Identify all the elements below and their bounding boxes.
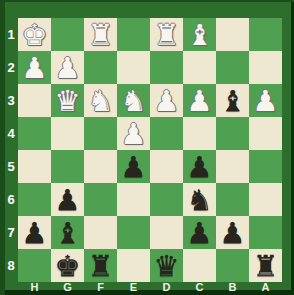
black-pawn-icon: ♟ — [117, 150, 150, 183]
square-c2[interactable] — [183, 51, 216, 84]
square-b4[interactable] — [216, 117, 249, 150]
white-queen-icon: ♛ — [51, 84, 84, 117]
black-pawn-icon: ♟ — [51, 183, 84, 216]
square-b8[interactable] — [216, 249, 249, 282]
black-rook-icon: ♜ — [84, 249, 117, 282]
square-h8[interactable] — [18, 249, 51, 282]
rank-label-5: 5 — [0, 150, 18, 183]
rank-label-2: 2 — [0, 51, 18, 84]
file-label-g: G — [51, 281, 84, 295]
square-a2[interactable] — [249, 51, 282, 84]
square-d1[interactable]: ♜ — [150, 18, 183, 51]
square-d3[interactable]: ♟ — [150, 84, 183, 117]
square-h3[interactable] — [18, 84, 51, 117]
square-b5[interactable] — [216, 150, 249, 183]
square-h1[interactable]: ♚ — [18, 18, 51, 51]
file-label-a: A — [249, 281, 282, 295]
square-e2[interactable] — [117, 51, 150, 84]
square-g4[interactable] — [51, 117, 84, 150]
rank-label-7: 7 — [0, 216, 18, 249]
square-a1[interactable] — [249, 18, 282, 51]
chess-board: ♚♜♜♝♟♟♛♞♞♟♟♝♟♟♟♟♟♞♟♝♟♟♚♜♛♜ — [18, 18, 282, 282]
file-labels: HGFEDCBA — [18, 281, 282, 295]
black-king-icon: ♚ — [51, 249, 84, 282]
square-c6[interactable]: ♞ — [183, 183, 216, 216]
square-g3[interactable]: ♛ — [51, 84, 84, 117]
black-rook-icon: ♜ — [249, 249, 282, 282]
rank-label-4: 4 — [0, 117, 18, 150]
file-label-h: H — [18, 281, 51, 295]
square-e4[interactable]: ♟ — [117, 117, 150, 150]
square-f5[interactable] — [84, 150, 117, 183]
white-knight-icon: ♞ — [117, 84, 150, 117]
rank-labels: 12345678 — [0, 18, 18, 282]
board-frame: 12345678 ♚♜♜♝♟♟♛♞♞♟♟♝♟♟♟♟♟♞♟♝♟♟♚♜♛♜ HGFE… — [0, 0, 294, 295]
white-rook-icon: ♜ — [150, 18, 183, 51]
square-d5[interactable] — [150, 150, 183, 183]
square-f2[interactable] — [84, 51, 117, 84]
square-g2[interactable]: ♟ — [51, 51, 84, 84]
square-g7[interactable]: ♝ — [51, 216, 84, 249]
square-b1[interactable] — [216, 18, 249, 51]
square-c3[interactable]: ♟ — [183, 84, 216, 117]
white-knight-icon: ♞ — [84, 84, 117, 117]
rank-label-1: 1 — [0, 18, 18, 51]
square-g6[interactable]: ♟ — [51, 183, 84, 216]
rank-label-6: 6 — [0, 183, 18, 216]
square-c1[interactable]: ♝ — [183, 18, 216, 51]
square-b6[interactable] — [216, 183, 249, 216]
square-e1[interactable] — [117, 18, 150, 51]
square-g8[interactable]: ♚ — [51, 249, 84, 282]
square-a8[interactable]: ♜ — [249, 249, 282, 282]
square-d7[interactable] — [150, 216, 183, 249]
file-label-e: E — [117, 281, 150, 295]
square-a4[interactable] — [249, 117, 282, 150]
black-knight-icon: ♞ — [183, 183, 216, 216]
square-e5[interactable]: ♟ — [117, 150, 150, 183]
rank-label-3: 3 — [0, 84, 18, 117]
square-b2[interactable] — [216, 51, 249, 84]
white-pawn-icon: ♟ — [117, 117, 150, 150]
square-h2[interactable]: ♟ — [18, 51, 51, 84]
square-f3[interactable]: ♞ — [84, 84, 117, 117]
black-queen-icon: ♛ — [150, 249, 183, 282]
black-bishop-icon: ♝ — [51, 216, 84, 249]
square-a5[interactable] — [249, 150, 282, 183]
square-h7[interactable]: ♟ — [18, 216, 51, 249]
square-c4[interactable] — [183, 117, 216, 150]
white-pawn-icon: ♟ — [183, 84, 216, 117]
square-a7[interactable] — [249, 216, 282, 249]
white-king-icon: ♚ — [18, 18, 51, 51]
white-pawn-icon: ♟ — [249, 84, 282, 117]
rank-label-8: 8 — [0, 249, 18, 282]
square-e8[interactable] — [117, 249, 150, 282]
square-g1[interactable] — [51, 18, 84, 51]
square-c7[interactable]: ♟ — [183, 216, 216, 249]
square-e7[interactable] — [117, 216, 150, 249]
square-d8[interactable]: ♛ — [150, 249, 183, 282]
square-h6[interactable] — [18, 183, 51, 216]
square-f7[interactable] — [84, 216, 117, 249]
square-e3[interactable]: ♞ — [117, 84, 150, 117]
black-pawn-icon: ♟ — [183, 150, 216, 183]
square-f4[interactable] — [84, 117, 117, 150]
black-pawn-icon: ♟ — [183, 216, 216, 249]
square-a6[interactable] — [249, 183, 282, 216]
black-pawn-icon: ♟ — [216, 216, 249, 249]
black-pawn-icon: ♟ — [18, 216, 51, 249]
white-pawn-icon: ♟ — [150, 84, 183, 117]
square-c8[interactable] — [183, 249, 216, 282]
square-a3[interactable]: ♟ — [249, 84, 282, 117]
square-b7[interactable]: ♟ — [216, 216, 249, 249]
black-bishop-icon: ♝ — [216, 84, 249, 117]
square-d4[interactable] — [150, 117, 183, 150]
square-f8[interactable]: ♜ — [84, 249, 117, 282]
square-g5[interactable] — [51, 150, 84, 183]
square-d6[interactable] — [150, 183, 183, 216]
file-label-f: F — [84, 281, 117, 295]
square-d2[interactable] — [150, 51, 183, 84]
white-bishop-icon: ♝ — [183, 18, 216, 51]
file-label-d: D — [150, 281, 183, 295]
white-rook-icon: ♜ — [84, 18, 117, 51]
square-f6[interactable] — [84, 183, 117, 216]
square-e6[interactable] — [117, 183, 150, 216]
square-h5[interactable] — [18, 150, 51, 183]
white-pawn-icon: ♟ — [18, 51, 51, 84]
file-label-b: B — [216, 281, 249, 295]
square-h4[interactable] — [18, 117, 51, 150]
square-f1[interactable]: ♜ — [84, 18, 117, 51]
file-label-c: C — [183, 281, 216, 295]
white-pawn-icon: ♟ — [51, 51, 84, 84]
square-c5[interactable]: ♟ — [183, 150, 216, 183]
square-b3[interactable]: ♝ — [216, 84, 249, 117]
